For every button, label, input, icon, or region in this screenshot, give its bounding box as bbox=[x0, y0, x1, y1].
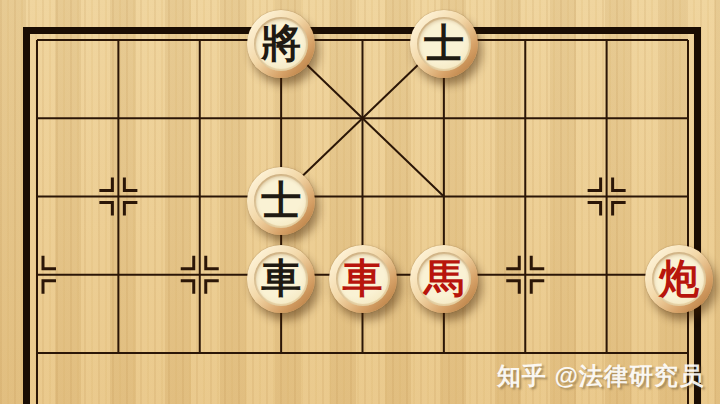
piece-red-chariot[interactable]: 車 bbox=[329, 245, 397, 313]
piece-black-general[interactable]: 將 bbox=[247, 10, 315, 78]
piece-glyph: 車 bbox=[247, 245, 315, 313]
piece-black-advisor[interactable]: 士 bbox=[247, 167, 315, 235]
piece-red-horse[interactable]: 馬 bbox=[410, 245, 478, 313]
watermark: 知乎 @法律研究员 bbox=[497, 360, 704, 392]
piece-black-advisor[interactable]: 士 bbox=[410, 10, 478, 78]
board-frame bbox=[23, 27, 701, 404]
piece-red-cannon[interactable]: 炮 bbox=[645, 245, 713, 313]
piece-black-chariot[interactable]: 車 bbox=[247, 245, 315, 313]
piece-glyph: 士 bbox=[247, 167, 315, 235]
piece-glyph: 馬 bbox=[410, 245, 478, 313]
piece-glyph: 士 bbox=[410, 10, 478, 78]
piece-glyph: 將 bbox=[247, 10, 315, 78]
piece-glyph: 炮 bbox=[645, 245, 713, 313]
xiangqi-board[interactable]: 將士士車車馬炮 知乎 @法律研究员 bbox=[0, 0, 720, 404]
piece-glyph: 車 bbox=[329, 245, 397, 313]
